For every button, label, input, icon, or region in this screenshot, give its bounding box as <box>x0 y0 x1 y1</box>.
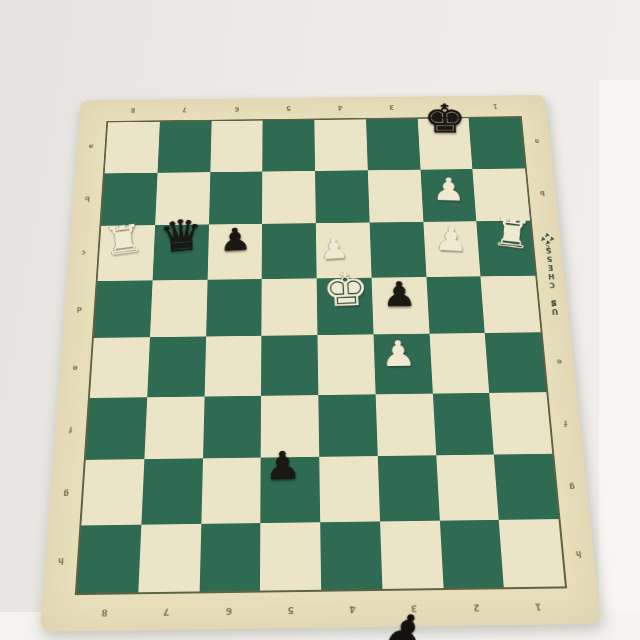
square-e7[interactable] <box>147 336 206 396</box>
square-d8[interactable] <box>94 280 153 338</box>
playing-area: ♟♟♟♟ ♚♟♜♛♟♟♟♜♚♟♟♟ <box>75 116 567 595</box>
us-chess-wordmark: US CHESS ♟♟♟♟ <box>537 233 567 316</box>
square-d2[interactable] <box>426 276 485 334</box>
square-f4[interactable] <box>318 394 377 457</box>
square-d4[interactable]: ♚ <box>317 277 374 335</box>
coord-label-right-a: a <box>527 116 548 167</box>
rank-labels-bottom: 87654321 <box>73 596 570 623</box>
coord-label-bottom-8: 8 <box>73 602 136 623</box>
coord-label-left-g: g <box>55 461 77 527</box>
square-d5[interactable] <box>262 278 318 336</box>
coord-label-left-b: b <box>77 172 97 225</box>
square-b3[interactable] <box>368 169 423 222</box>
square-h5[interactable] <box>260 522 321 591</box>
square-a5[interactable] <box>263 120 316 171</box>
square-c2[interactable]: ♟ <box>423 221 481 276</box>
piece-black-pawn-d3[interactable]: ♟ <box>382 278 417 312</box>
square-f3[interactable] <box>375 393 435 456</box>
piece-white-rook-c8[interactable]: ♜ <box>102 219 146 262</box>
coord-label-bottom-6: 6 <box>197 601 259 622</box>
coord-label-right-f: f <box>554 392 577 455</box>
square-g7[interactable] <box>141 458 202 524</box>
square-e8[interactable] <box>90 337 150 397</box>
square-g5[interactable]: ♟ <box>261 457 321 523</box>
piece-black-king-a2[interactable]: ♚ <box>423 99 467 139</box>
square-g8[interactable] <box>81 459 144 525</box>
square-a4[interactable] <box>314 119 367 170</box>
square-f2[interactable] <box>432 392 494 455</box>
wordmark-text: US CHESS <box>545 246 560 316</box>
coord-label-left-h: h <box>50 527 73 596</box>
square-e1[interactable] <box>485 332 546 392</box>
square-f8[interactable] <box>86 397 147 460</box>
square-f1[interactable] <box>489 392 552 455</box>
square-h8[interactable] <box>77 524 141 593</box>
square-e5[interactable] <box>261 335 318 395</box>
piece-white-pawn-c4[interactable]: ♟ <box>319 235 350 265</box>
coord-label-left-f: f <box>60 398 82 461</box>
square-h4[interactable] <box>320 521 382 590</box>
coord-label-top-7: 7 <box>159 104 211 116</box>
coord-label-left-d: d <box>69 280 90 338</box>
square-d3[interactable]: ♟ <box>371 277 429 335</box>
piece-black-pawn-c6[interactable]: ♟ <box>219 223 252 256</box>
piece-white-pawn-b2[interactable]: ♟ <box>432 174 465 206</box>
coord-label-bottom-4: 4 <box>321 599 383 620</box>
square-e4[interactable] <box>317 334 375 394</box>
coord-label-left-c: c <box>73 225 93 280</box>
square-b5[interactable] <box>262 171 316 224</box>
square-a6[interactable] <box>210 121 263 172</box>
square-g1[interactable] <box>494 454 558 520</box>
us-chess-diamond-icon: ♟♟♟♟ <box>539 231 557 246</box>
coord-label-bottom-7: 7 <box>135 601 198 622</box>
square-h1[interactable] <box>499 519 565 588</box>
coord-label-right-e: e <box>548 332 571 392</box>
square-d7[interactable] <box>150 279 207 337</box>
piece-white-pawn-c2[interactable]: ♟ <box>434 223 468 257</box>
square-a3[interactable] <box>366 119 420 170</box>
square-a2[interactable]: ♚ <box>417 118 472 169</box>
square-g4[interactable] <box>319 456 380 522</box>
square-e6[interactable] <box>204 336 261 396</box>
square-c7[interactable]: ♛ <box>152 224 208 280</box>
coord-label-right-b: b <box>532 167 553 220</box>
piece-white-rook-c1[interactable]: ♜ <box>490 213 533 256</box>
table-surface-bright <box>599 80 640 640</box>
square-b4[interactable] <box>315 170 369 223</box>
piece-white-pawn-e3[interactable]: ♟ <box>380 336 416 372</box>
square-d6[interactable] <box>206 279 262 337</box>
square-a7[interactable] <box>157 121 211 172</box>
piece-black-queen-c7[interactable]: ♛ <box>158 213 205 260</box>
coord-label-bottom-5: 5 <box>259 600 321 621</box>
coord-label-top-4: 4 <box>314 102 366 114</box>
vinyl-chessboard: 87654321 87654321 abcdefgh abcdefgh US C… <box>40 95 601 632</box>
coord-label-right-g: g <box>560 454 584 520</box>
square-g2[interactable] <box>436 455 499 521</box>
square-a8[interactable] <box>105 122 160 173</box>
coord-label-right-h: h <box>566 520 591 589</box>
coord-label-bottom-1: 1 <box>506 596 569 617</box>
piece-white-king-d4[interactable]: ♚ <box>321 265 371 313</box>
coord-label-top-6: 6 <box>211 103 263 115</box>
square-h2[interactable] <box>439 519 504 588</box>
square-h6[interactable] <box>199 523 260 592</box>
square-e3[interactable]: ♟ <box>373 334 432 394</box>
square-h3[interactable] <box>380 520 443 589</box>
square-h7[interactable] <box>138 523 201 592</box>
square-g6[interactable] <box>201 458 261 524</box>
square-e2[interactable] <box>429 333 489 393</box>
coord-label-top-3: 3 <box>366 101 418 113</box>
coord-label-left-a: a <box>81 121 100 172</box>
square-c3[interactable] <box>369 222 426 277</box>
square-c5[interactable] <box>262 223 317 278</box>
square-g3[interactable] <box>378 455 440 521</box>
coord-label-top-1: 1 <box>469 100 522 112</box>
coord-label-bottom-2: 2 <box>445 597 508 618</box>
coord-label-top-5: 5 <box>262 103 314 115</box>
square-f7[interactable] <box>144 396 204 459</box>
square-d1[interactable] <box>481 275 541 333</box>
piece-black-pawn-g5[interactable]: ♟ <box>264 447 302 487</box>
square-b6[interactable] <box>209 171 263 224</box>
square-c6[interactable]: ♟ <box>207 224 262 279</box>
square-c8[interactable]: ♜ <box>98 225 155 281</box>
square-c1[interactable]: ♜ <box>477 221 536 276</box>
square-a1[interactable] <box>469 118 525 169</box>
coord-label-left-e: e <box>64 338 85 398</box>
square-b2[interactable]: ♟ <box>420 169 476 222</box>
square-f6[interactable] <box>203 395 262 458</box>
coord-label-top-8: 8 <box>107 104 159 116</box>
